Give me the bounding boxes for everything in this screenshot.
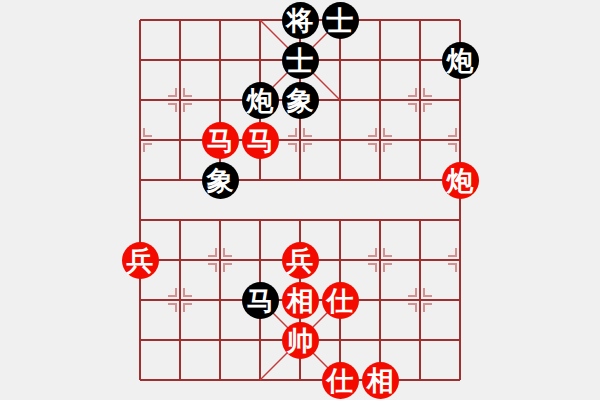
- piece-red-horse[interactable]: 马: [242, 122, 279, 159]
- piece-red-advisor[interactable]: 仕: [322, 362, 359, 399]
- piece-red-elephant[interactable]: 相: [282, 282, 319, 319]
- piece-red-soldier[interactable]: 兵: [282, 242, 319, 279]
- piece-black-cannon[interactable]: 炮: [242, 82, 279, 119]
- piece-red-soldier[interactable]: 兵: [122, 242, 159, 279]
- piece-black-cannon[interactable]: 炮: [442, 42, 479, 79]
- piece-red-horse[interactable]: 马: [202, 122, 239, 159]
- piece-red-elephant[interactable]: 相: [362, 362, 399, 399]
- piece-red-cannon[interactable]: 炮: [442, 162, 479, 199]
- piece-black-advisor[interactable]: 士: [282, 42, 319, 79]
- piece-black-advisor[interactable]: 士: [322, 2, 359, 39]
- piece-red-advisor[interactable]: 仕: [322, 282, 359, 319]
- piece-black-horse[interactable]: 马: [242, 282, 279, 319]
- xiangqi-board[interactable]: 将士士炮炮象马马象炮兵兵马相仕帅仕相: [0, 0, 600, 400]
- piece-black-elephant[interactable]: 象: [202, 162, 239, 199]
- piece-red-general[interactable]: 帅: [282, 322, 319, 359]
- piece-black-elephant[interactable]: 象: [282, 82, 319, 119]
- piece-black-general[interactable]: 将: [282, 2, 319, 39]
